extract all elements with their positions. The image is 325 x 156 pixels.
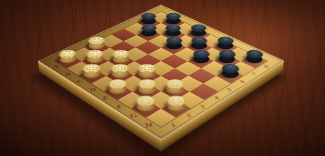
checkers-board: ABCDEFGH 87654321 [39, 15, 282, 152]
file-label-c: C [70, 77, 90, 85]
table: ABCDEFGH 87654321 [0, 0, 325, 156]
file-label-b: B [58, 70, 78, 78]
file-label-h: H [137, 119, 160, 129]
board-scene: ABCDEFGH 87654321 [0, 0, 325, 156]
board-top-face: ABCDEFGH 87654321 [38, 5, 284, 140]
file-label-e: E [95, 93, 116, 102]
file-label-g: G [122, 110, 144, 120]
file-label-d: D [82, 85, 103, 94]
file-label-f: F [108, 102, 130, 111]
rank-label-5: 5 [220, 83, 240, 96]
file-label-a: A [46, 62, 65, 70]
piece-black-d6[interactable] [163, 42, 185, 53]
